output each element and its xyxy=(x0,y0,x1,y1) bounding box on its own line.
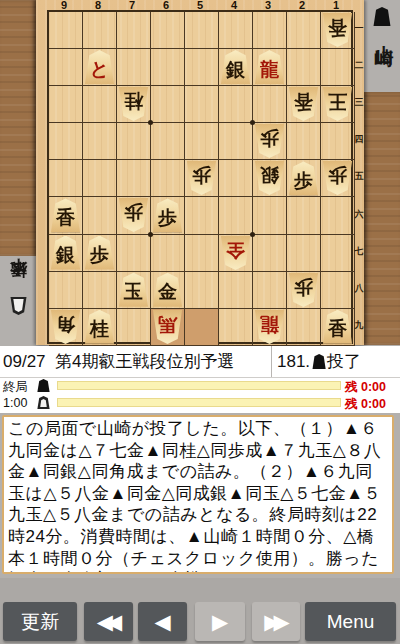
square-2-8[interactable]: 歩 xyxy=(287,272,321,309)
prev-icon: ◀ xyxy=(154,611,170,632)
move-side-icon xyxy=(312,354,326,369)
move-number: 181. xyxy=(277,352,310,372)
square-8-5[interactable] xyxy=(83,160,117,197)
square-8-8[interactable] xyxy=(83,272,117,309)
square-8-1[interactable] xyxy=(83,12,117,49)
square-3-9[interactable]: 龍 xyxy=(253,309,287,346)
square-3-1[interactable] xyxy=(253,12,287,49)
rank-label-1: 一 xyxy=(354,22,364,35)
star-point xyxy=(148,120,153,125)
square-3-5[interactable]: 銀 xyxy=(253,160,287,197)
square-9-5[interactable] xyxy=(49,160,83,197)
square-4-4[interactable] xyxy=(219,123,253,160)
file-label-1: 1 xyxy=(319,0,353,11)
square-5-7[interactable] xyxy=(185,235,219,272)
square-3-6[interactable] xyxy=(253,197,287,234)
square-7-7[interactable] xyxy=(117,235,151,272)
sente-player-name: 山崎 xyxy=(371,30,397,36)
gote-remaining-time: 残 0:00 xyxy=(345,396,386,413)
fast-forward-icon: ▶▶ xyxy=(264,611,282,632)
gote-piece-香[interactable]: 香 xyxy=(322,13,353,47)
square-5-4[interactable] xyxy=(185,123,219,160)
rank-label-7: 七 xyxy=(354,245,364,258)
gote-player-name: 橋本 xyxy=(7,287,30,293)
file-label-6: 6 xyxy=(149,0,183,11)
gote-piece-歩[interactable]: 歩 xyxy=(322,161,353,195)
gote-clock-icon xyxy=(37,396,50,409)
gote-piece-桂[interactable]: 桂 xyxy=(118,87,149,121)
gote-piece-歩[interactable]: 歩 xyxy=(254,124,285,158)
sente-piece-と[interactable]: と xyxy=(84,50,115,84)
square-9-4[interactable] xyxy=(49,123,83,160)
square-8-7[interactable]: 歩 xyxy=(83,235,117,272)
square-3-3[interactable] xyxy=(253,86,287,123)
square-1-7[interactable] xyxy=(321,235,355,272)
sente-piece-歩[interactable]: 歩 xyxy=(288,161,319,195)
update-button[interactable]: 更新 xyxy=(3,602,77,641)
square-9-9[interactable]: 角 xyxy=(49,309,83,346)
sente-piece-龍[interactable]: 龍 xyxy=(254,50,285,84)
sente-piece-玉[interactable]: 玉 xyxy=(118,273,149,307)
sente-piece-銀[interactable]: 銀 xyxy=(220,50,251,84)
square-6-7[interactable] xyxy=(151,235,185,272)
gote-piece-龍[interactable]: 龍 xyxy=(254,310,285,344)
file-label-3: 3 xyxy=(251,0,285,11)
board-grid[interactable]: 香と銀龍桂香王歩歩銀歩歩香歩歩銀歩全玉金歩角桂馬龍香 xyxy=(47,10,353,344)
square-5-2[interactable] xyxy=(185,49,219,86)
square-6-5[interactable] xyxy=(151,160,185,197)
sente-clock-label: 終局 xyxy=(3,379,28,396)
go-prev-button[interactable]: ◀ xyxy=(138,602,187,641)
rank-label-2: 二 xyxy=(354,59,364,72)
square-9-1[interactable] xyxy=(49,12,83,49)
go-last-button[interactable]: ▶▶ xyxy=(252,602,300,641)
sente-time-bar xyxy=(57,381,341,390)
sente-hand-tray xyxy=(364,92,400,345)
square-4-9[interactable] xyxy=(219,309,253,346)
square-1-1[interactable]: 香 xyxy=(321,12,355,49)
sente-piece-歩[interactable]: 歩 xyxy=(152,198,183,232)
square-7-5[interactable] xyxy=(117,160,151,197)
square-2-7[interactable] xyxy=(287,235,321,272)
rank-label-8: 八 xyxy=(354,282,364,295)
gote-piece-銀[interactable]: 銀 xyxy=(254,161,285,195)
game-info-panel: 09/27 第4期叡王戦段位別予選 181. 投了 終局 残 0:00 1:00… xyxy=(0,346,400,413)
sente-clock-row: 終局 残 0:00 xyxy=(0,378,400,394)
gote-piece-角[interactable]: 角 xyxy=(50,310,81,344)
star-point xyxy=(250,232,255,237)
file-label-4: 4 xyxy=(217,0,251,11)
commentary-text[interactable]: この局面で山崎が投了した。以下、（１）▲６九同金は△７七金▲同桂△同歩成▲７九玉… xyxy=(2,415,394,574)
square-2-1[interactable] xyxy=(287,12,321,49)
square-5-3[interactable] xyxy=(185,86,219,123)
square-4-5[interactable] xyxy=(219,160,253,197)
square-7-4[interactable] xyxy=(117,123,151,160)
go-next-button[interactable]: ▶ xyxy=(195,602,245,641)
square-6-3[interactable] xyxy=(151,86,185,123)
square-8-4[interactable] xyxy=(83,123,117,160)
gote-clock-row: 1:00 残 0:00 xyxy=(0,395,400,411)
sente-piece-香[interactable]: 香 xyxy=(50,198,81,232)
sente-remaining-time: 残 0:00 xyxy=(345,379,386,396)
gote-piece-歩[interactable]: 歩 xyxy=(118,198,149,232)
square-3-8[interactable] xyxy=(253,272,287,309)
square-3-4[interactable]: 歩 xyxy=(253,123,287,160)
square-4-8[interactable] xyxy=(219,272,253,309)
square-8-3[interactable] xyxy=(83,86,117,123)
sente-piece-歩[interactable]: 歩 xyxy=(84,236,115,270)
square-1-6[interactable] xyxy=(321,197,355,234)
file-label-5: 5 xyxy=(183,0,217,11)
square-5-9[interactable] xyxy=(185,309,219,346)
square-9-2[interactable] xyxy=(49,49,83,86)
square-2-5[interactable]: 歩 xyxy=(287,160,321,197)
rewind-icon: ◀◀ xyxy=(97,611,115,632)
square-7-2[interactable] xyxy=(117,49,151,86)
file-label-9: 9 xyxy=(47,0,81,11)
gote-hand-tray xyxy=(0,0,36,256)
event-name: 第4期叡王戦段位別予選 xyxy=(55,352,234,371)
square-4-6[interactable] xyxy=(219,197,253,234)
star-point xyxy=(250,120,255,125)
file-label-8: 8 xyxy=(81,0,115,11)
square-4-1[interactable] xyxy=(219,12,253,49)
star-point xyxy=(148,232,153,237)
sente-pawn-icon xyxy=(373,7,391,26)
gote-time-bar xyxy=(57,398,341,407)
square-5-5[interactable]: 歩 xyxy=(185,160,219,197)
square-5-6[interactable] xyxy=(185,197,219,234)
square-7-9[interactable] xyxy=(117,309,151,346)
square-6-2[interactable] xyxy=(151,49,185,86)
square-8-6[interactable] xyxy=(83,197,117,234)
square-3-7[interactable] xyxy=(253,235,287,272)
menu-button[interactable]: Menu xyxy=(305,602,396,641)
file-label-2: 2 xyxy=(285,0,319,11)
square-7-1[interactable] xyxy=(117,12,151,49)
square-2-2[interactable] xyxy=(287,49,321,86)
square-8-2[interactable]: と xyxy=(83,49,117,86)
shogi-app-screen: 山崎 橋本 香と銀龍桂香王歩歩銀歩歩香歩歩銀歩全玉金歩角桂馬龍香 9876543… xyxy=(0,0,400,644)
gote-piece-歩[interactable]: 歩 xyxy=(186,161,217,195)
gote-clock-label: 1:00 xyxy=(3,396,27,410)
square-4-3[interactable] xyxy=(219,86,253,123)
gote-piece-香[interactable]: 香 xyxy=(288,87,319,121)
square-7-8[interactable]: 玉 xyxy=(117,272,151,309)
gote-player-block: 橋本 xyxy=(0,256,36,345)
go-first-button[interactable]: ◀◀ xyxy=(84,602,133,641)
rank-label-4: 四 xyxy=(354,133,364,146)
header-row: 09/27 第4期叡王戦段位別予選 181. 投了 xyxy=(0,346,400,378)
sente-piece-銀[interactable]: 銀 xyxy=(50,236,81,270)
square-2-3[interactable]: 香 xyxy=(287,86,321,123)
square-1-3[interactable]: 王 xyxy=(321,86,355,123)
square-2-4[interactable] xyxy=(287,123,321,160)
next-icon: ▶ xyxy=(212,611,228,632)
sente-piece-桂[interactable]: 桂 xyxy=(84,310,115,344)
rank-label-5: 五 xyxy=(354,170,364,183)
square-6-4[interactable] xyxy=(151,123,185,160)
rank-label-6: 六 xyxy=(354,208,364,221)
event-title: 09/27 第4期叡王戦段位別予選 xyxy=(3,350,234,373)
sente-piece-金[interactable]: 金 xyxy=(152,273,183,307)
gote-piece-歩[interactable]: 歩 xyxy=(288,273,319,307)
square-7-6[interactable]: 歩 xyxy=(117,197,151,234)
square-1-8[interactable] xyxy=(321,272,355,309)
square-6-8[interactable]: 金 xyxy=(151,272,185,309)
sente-player-block: 山崎 xyxy=(362,0,400,92)
gote-piece-王[interactable]: 王 xyxy=(322,87,353,121)
square-1-9[interactable]: 香 xyxy=(321,309,355,346)
header-divider xyxy=(271,346,272,377)
sente-piece-香[interactable]: 香 xyxy=(322,310,353,344)
rank-label-9: 九 xyxy=(354,319,364,332)
move-text: 投了 xyxy=(327,350,361,373)
square-2-6[interactable] xyxy=(287,197,321,234)
square-9-7[interactable]: 銀 xyxy=(49,235,83,272)
rank-label-3: 三 xyxy=(354,96,364,109)
gote-pawn-icon xyxy=(10,297,27,315)
file-label-7: 7 xyxy=(115,0,149,11)
game-date: 09/27 xyxy=(3,352,46,371)
square-6-6[interactable]: 歩 xyxy=(151,197,185,234)
square-4-2[interactable]: 銀 xyxy=(219,49,253,86)
square-1-2[interactable] xyxy=(321,49,355,86)
bottom-toolbar: 更新 ◀◀ ◀ ▶ ▶▶ Menu xyxy=(0,578,400,644)
current-move: 181. 投了 xyxy=(277,350,361,373)
square-9-8[interactable] xyxy=(49,272,83,309)
square-1-5[interactable]: 歩 xyxy=(321,160,355,197)
sente-clock-icon xyxy=(37,379,50,392)
square-7-3[interactable]: 桂 xyxy=(117,86,151,123)
square-6-1[interactable] xyxy=(151,12,185,49)
square-4-7[interactable]: 全 xyxy=(219,235,253,272)
square-5-8[interactable] xyxy=(185,272,219,309)
square-6-9[interactable]: 馬 xyxy=(151,309,185,346)
gote-piece-馬[interactable]: 馬 xyxy=(152,310,183,344)
square-9-6[interactable]: 香 xyxy=(49,197,83,234)
square-9-3[interactable] xyxy=(49,86,83,123)
square-2-9[interactable] xyxy=(287,309,321,346)
square-5-1[interactable] xyxy=(185,12,219,49)
square-3-2[interactable]: 龍 xyxy=(253,49,287,86)
square-1-4[interactable] xyxy=(321,123,355,160)
square-8-9[interactable]: 桂 xyxy=(83,309,117,346)
gote-piece-全[interactable]: 全 xyxy=(220,236,251,270)
shogi-board: 香と銀龍桂香王歩歩銀歩歩香歩歩銀歩全玉金歩角桂馬龍香 987654321 xyxy=(36,0,364,345)
